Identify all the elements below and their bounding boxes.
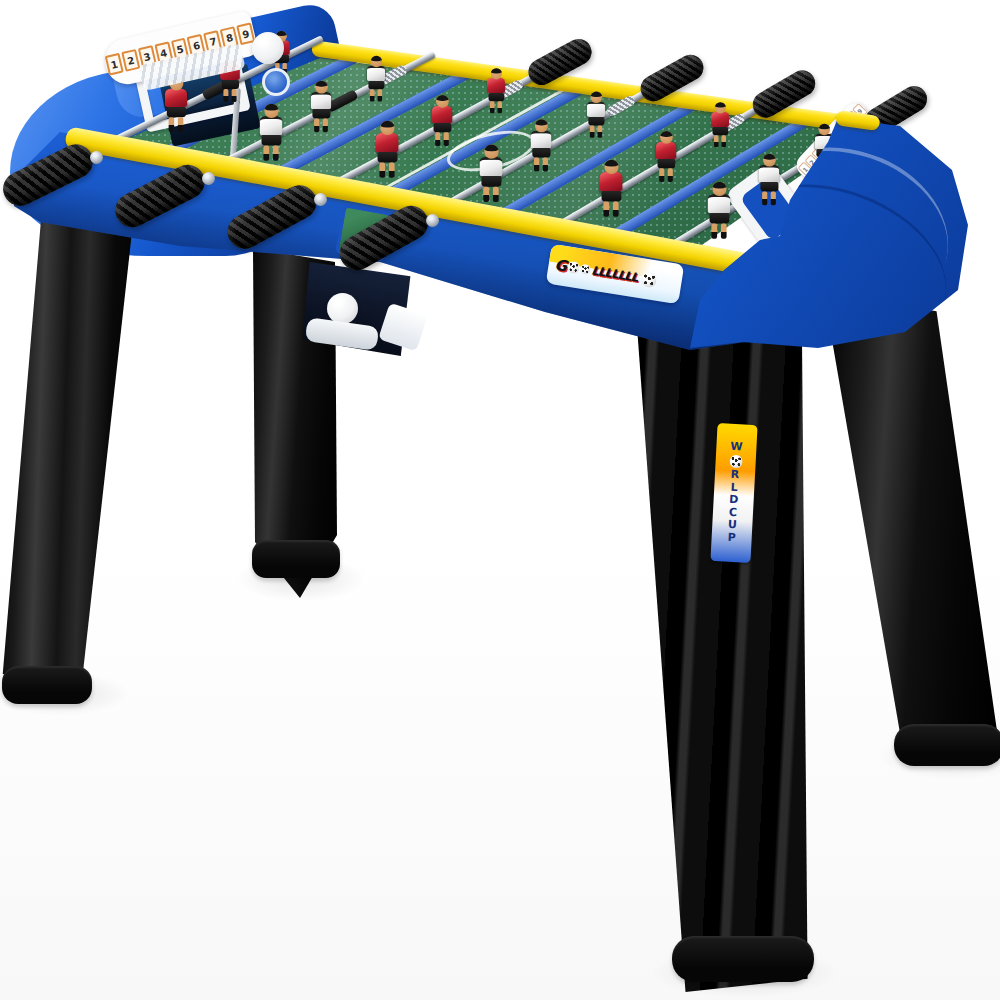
player-shorts <box>166 107 185 117</box>
player-shorts <box>368 81 384 89</box>
player-jersey <box>431 106 451 123</box>
world-cup-letter: P <box>727 532 736 545</box>
rod-bearing-nut <box>202 172 215 185</box>
player-hair <box>315 80 328 86</box>
player-shorts <box>481 176 501 187</box>
player-head <box>659 131 672 144</box>
player-jersey <box>311 92 332 109</box>
player-legs <box>435 132 449 146</box>
player-hair <box>491 68 502 73</box>
player-shorts <box>657 159 675 168</box>
player-shorts <box>433 123 451 132</box>
back-right-leg-foot <box>894 724 1000 766</box>
player-jersey <box>586 102 604 117</box>
rod-bearing-nut <box>314 193 327 206</box>
player-hair <box>590 92 602 97</box>
player-jersey <box>707 194 730 213</box>
player-hair <box>435 95 448 101</box>
back-left-leg-foot <box>252 540 340 578</box>
soccer-ball-icon <box>729 455 743 469</box>
player-jersey <box>759 165 780 182</box>
player-shorts <box>261 135 281 145</box>
rod-bearing-nut <box>90 151 103 164</box>
player-hair <box>534 119 547 125</box>
front-right-leg-foot <box>672 936 814 982</box>
player-head <box>712 182 726 196</box>
player-hair <box>604 160 618 167</box>
player-legs <box>534 158 548 172</box>
back-right-leg <box>820 292 1000 772</box>
white-player-figure-rod6[interactable] <box>705 182 734 243</box>
player-legs <box>659 168 673 182</box>
player-head <box>604 160 618 174</box>
white-player-figure-rod6[interactable] <box>756 154 782 209</box>
red-player-figure-rod5[interactable] <box>653 131 679 185</box>
rod-bearing-nut <box>426 214 439 227</box>
white-player-figure-rod4[interactable] <box>528 119 554 175</box>
player-legs <box>263 145 278 160</box>
player-head <box>435 95 448 108</box>
player-shorts <box>312 109 330 118</box>
red-player-figure-rod3[interactable] <box>485 68 508 116</box>
field-logo-badge <box>262 68 290 96</box>
white-player-figure-rod2[interactable] <box>364 56 387 105</box>
player-legs <box>370 89 382 101</box>
front-left-leg-foot <box>2 666 92 704</box>
player-head <box>264 104 278 118</box>
player-legs <box>379 163 394 178</box>
player-shorts <box>377 152 397 162</box>
player-head <box>534 119 547 132</box>
player-head <box>380 121 394 135</box>
player-hair <box>380 121 394 128</box>
player-jersey <box>479 157 502 176</box>
player-legs <box>714 135 726 147</box>
player-jersey <box>165 89 187 107</box>
player-jersey <box>376 133 399 152</box>
world-cup-letter: W <box>730 441 743 454</box>
player-shorts <box>532 148 550 158</box>
player-legs <box>762 192 776 206</box>
player-shorts <box>709 213 729 223</box>
white-player-figure-rod2[interactable] <box>257 104 286 165</box>
player-hair <box>763 154 776 160</box>
red-player-figure-rod5[interactable] <box>709 102 732 150</box>
player-hair <box>264 104 278 111</box>
logo-letter-g: G <box>554 257 569 274</box>
player-hair <box>715 102 726 107</box>
player-hair <box>712 182 726 189</box>
player-jersey <box>655 142 675 159</box>
player-legs <box>224 89 237 102</box>
world-cup-letter: R <box>730 469 739 482</box>
red-player-figure-rod3[interactable] <box>373 121 402 182</box>
player-head <box>715 102 726 113</box>
player-hair <box>818 124 829 129</box>
foosball-table-photo: 123456789 123456789 WRLDCUP G LLLLLLL <box>0 0 1000 1000</box>
player-hair <box>483 145 497 152</box>
ball-in-return[interactable] <box>327 293 358 324</box>
player-head <box>818 124 829 135</box>
player-jersey <box>487 78 505 93</box>
player-hair <box>370 56 381 61</box>
player-shorts <box>222 80 239 89</box>
player-legs <box>711 224 726 239</box>
player-head <box>315 80 328 93</box>
player-legs <box>603 202 618 217</box>
front-left-leg <box>0 208 140 703</box>
score-digit[interactable]: 1 <box>105 53 124 76</box>
player-jersey <box>259 116 282 135</box>
player-legs <box>483 187 498 202</box>
player-jersey <box>367 65 385 80</box>
red-player-figure-rod5[interactable] <box>597 160 626 221</box>
score-digit[interactable]: 2 <box>121 49 140 72</box>
player-jersey <box>531 131 552 148</box>
player-hair <box>659 131 672 137</box>
player-legs <box>589 126 601 138</box>
ball-on-ledge[interactable] <box>252 32 284 64</box>
player-shorts <box>712 127 728 135</box>
white-player-figure-rod4[interactable] <box>584 92 607 141</box>
player-shorts <box>601 191 621 201</box>
white-player-figure-rod2[interactable] <box>308 80 334 135</box>
player-jersey <box>600 172 623 191</box>
white-player-figure-rod4[interactable] <box>476 145 505 206</box>
player-legs <box>168 117 183 132</box>
player-jersey <box>711 112 729 127</box>
red-player-figure-rod3[interactable] <box>429 95 455 149</box>
player-head <box>370 56 381 67</box>
player-legs <box>490 101 502 113</box>
world-cup-sticker: WRLDCUP <box>710 423 757 563</box>
player-legs <box>314 118 328 132</box>
